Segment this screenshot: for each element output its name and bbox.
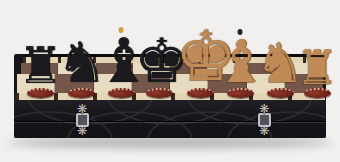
clasp-ornament-icon: ❋ <box>70 125 94 137</box>
clasp-ornament-icon: ❋ <box>252 125 276 137</box>
carved-arc-decoration <box>14 100 326 138</box>
bishop-gold-finial <box>119 27 124 33</box>
clasp-ornament-icon: ❋ <box>252 103 276 115</box>
piece-white-rook: ♜ <box>292 44 340 98</box>
ground-shadow <box>8 137 332 148</box>
rook-glyph: ♜ <box>292 44 340 91</box>
metal-clasp-right: ❋ ❋ <box>252 103 276 136</box>
metal-clasp-left: ❋ ❋ <box>70 103 94 136</box>
clasp-ornament-icon: ❋ <box>70 103 94 115</box>
chess-set-photo: ❋ ❋ ❋ ❋ ♜ ♞ ♝ ♚ ♚ ♝ <box>0 0 340 162</box>
box-front-face: ❋ ❋ ❋ ❋ <box>14 100 326 138</box>
lid-seam <box>14 121 326 123</box>
bishop-dark-finial <box>238 29 243 35</box>
